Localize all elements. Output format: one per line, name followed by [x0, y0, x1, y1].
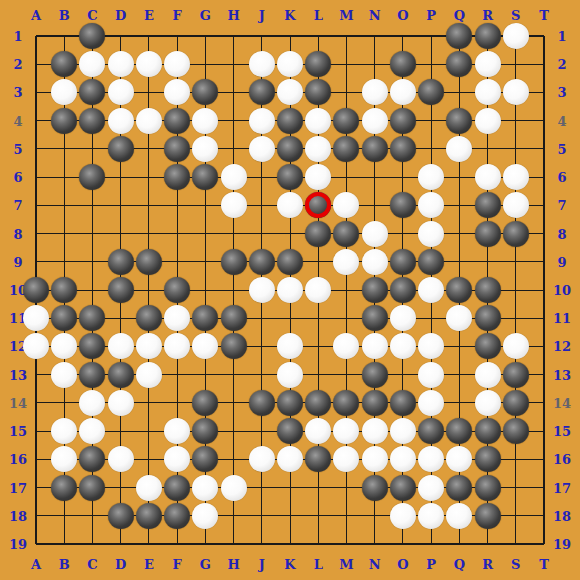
stone-white-M7	[333, 192, 359, 218]
col-label-top-F: F	[172, 9, 181, 22]
stone-white-K13	[277, 362, 303, 388]
col-label-bottom-N: N	[369, 558, 381, 571]
col-label-bottom-S: S	[511, 558, 520, 571]
stone-white-R14	[475, 390, 501, 416]
stone-white-F11	[164, 305, 190, 331]
row-label-right-7: 7	[557, 199, 566, 212]
row-label-left-4: 4	[13, 114, 22, 127]
stone-black-L16	[305, 446, 331, 472]
row-label-left-3: 3	[13, 86, 22, 99]
col-label-top-A: A	[31, 9, 41, 22]
stone-black-C12	[79, 333, 105, 359]
stone-black-E11	[136, 305, 162, 331]
row-label-left-16: 16	[9, 453, 27, 466]
stone-white-R4	[475, 108, 501, 134]
stone-black-N13	[362, 362, 388, 388]
stone-black-O10	[390, 277, 416, 303]
row-label-right-5: 5	[557, 142, 566, 155]
stone-black-R17	[475, 475, 501, 501]
row-label-right-9: 9	[557, 255, 566, 268]
col-label-bottom-T: T	[539, 558, 549, 571]
stone-white-N9	[362, 249, 388, 275]
stone-black-G15	[192, 418, 218, 444]
stone-black-F4	[164, 108, 190, 134]
go-board-screen: AABBCCDDEEFFGGHHJJKKLLMMNNOOPPQQRRSSTT11…	[0, 0, 580, 580]
row-label-left-17: 17	[9, 481, 27, 494]
stone-white-B15	[51, 418, 77, 444]
stone-black-L2	[305, 51, 331, 77]
stone-black-R16	[475, 446, 501, 472]
stone-black-J14	[249, 390, 275, 416]
stone-white-P17	[418, 475, 444, 501]
col-label-top-R: R	[482, 9, 493, 22]
stone-black-N5	[362, 136, 388, 162]
row-label-left-15: 15	[9, 425, 27, 438]
stone-white-O18	[390, 503, 416, 529]
stone-white-K12	[277, 333, 303, 359]
stone-black-S14	[503, 390, 529, 416]
col-label-top-G: G	[200, 9, 211, 22]
row-label-right-13: 13	[553, 368, 571, 381]
col-label-bottom-B: B	[59, 558, 70, 571]
stone-black-Q10	[446, 277, 472, 303]
stone-white-P12	[418, 333, 444, 359]
stone-white-J16	[249, 446, 275, 472]
col-label-top-M: M	[339, 9, 353, 22]
stone-black-C11	[79, 305, 105, 331]
row-label-right-19: 19	[553, 538, 571, 551]
stone-black-O2	[390, 51, 416, 77]
stone-white-K10	[277, 277, 303, 303]
stone-white-O11	[390, 305, 416, 331]
stone-white-L15	[305, 418, 331, 444]
stone-white-C15	[79, 418, 105, 444]
stone-white-S7	[503, 192, 529, 218]
stone-white-C2	[79, 51, 105, 77]
stone-white-O12	[390, 333, 416, 359]
stone-black-H12	[221, 333, 247, 359]
stone-white-P13	[418, 362, 444, 388]
stone-white-L10	[305, 277, 331, 303]
stone-white-R13	[475, 362, 501, 388]
row-label-left-5: 5	[13, 142, 22, 155]
stone-white-Q18	[446, 503, 472, 529]
col-label-bottom-K: K	[284, 558, 295, 571]
stone-black-Q4	[446, 108, 472, 134]
stone-white-M15	[333, 418, 359, 444]
stone-black-O9	[390, 249, 416, 275]
stone-white-E13	[136, 362, 162, 388]
stone-white-N12	[362, 333, 388, 359]
stone-black-F5	[164, 136, 190, 162]
stone-black-M8	[333, 221, 359, 247]
stone-white-P6	[418, 164, 444, 190]
stone-white-B16	[51, 446, 77, 472]
row-label-right-2: 2	[557, 58, 566, 71]
row-label-right-6: 6	[557, 171, 566, 184]
stone-white-Q16	[446, 446, 472, 472]
col-label-top-B: B	[59, 9, 70, 22]
stone-white-D16	[108, 446, 134, 472]
col-label-bottom-C: C	[87, 558, 97, 571]
stone-black-G16	[192, 446, 218, 472]
row-label-right-10: 10	[553, 284, 571, 297]
col-label-bottom-D: D	[115, 558, 126, 571]
row-label-left-8: 8	[13, 227, 22, 240]
row-label-right-17: 17	[553, 481, 571, 494]
stone-black-L14	[305, 390, 331, 416]
stone-white-B13	[51, 362, 77, 388]
col-label-bottom-Q: Q	[454, 558, 465, 571]
stone-white-S1	[503, 23, 529, 49]
stone-black-O17	[390, 475, 416, 501]
stone-white-F15	[164, 418, 190, 444]
stone-white-D3	[108, 79, 134, 105]
stone-black-D10	[108, 277, 134, 303]
col-label-top-O: O	[397, 9, 408, 22]
stone-black-C3	[79, 79, 105, 105]
stone-black-C6	[79, 164, 105, 190]
stone-white-F16	[164, 446, 190, 472]
stone-black-D9	[108, 249, 134, 275]
row-label-right-11: 11	[553, 312, 571, 325]
stone-white-J2	[249, 51, 275, 77]
col-label-top-S: S	[511, 9, 520, 22]
row-label-left-1: 1	[13, 30, 22, 43]
stone-white-K7	[277, 192, 303, 218]
stone-black-K15	[277, 418, 303, 444]
stone-black-K14	[277, 390, 303, 416]
stone-white-K3	[277, 79, 303, 105]
stone-black-B11	[51, 305, 77, 331]
stone-white-F3	[164, 79, 190, 105]
stone-white-L5	[305, 136, 331, 162]
stone-black-B17	[51, 475, 77, 501]
col-label-bottom-O: O	[397, 558, 408, 571]
row-label-right-18: 18	[553, 509, 571, 522]
stone-white-H17	[221, 475, 247, 501]
col-label-top-L: L	[314, 9, 323, 22]
stone-black-O7	[390, 192, 416, 218]
stone-black-B4	[51, 108, 77, 134]
row-label-left-6: 6	[13, 171, 22, 184]
stone-white-B3	[51, 79, 77, 105]
stone-white-S6	[503, 164, 529, 190]
stone-black-D18	[108, 503, 134, 529]
stone-white-O16	[390, 446, 416, 472]
col-label-bottom-J: J	[259, 558, 265, 571]
stone-white-D2	[108, 51, 134, 77]
stone-white-E2	[136, 51, 162, 77]
stone-black-N17	[362, 475, 388, 501]
stone-white-G4	[192, 108, 218, 134]
row-label-right-3: 3	[557, 86, 566, 99]
stone-black-S15	[503, 418, 529, 444]
stone-black-R7	[475, 192, 501, 218]
stone-black-O5	[390, 136, 416, 162]
col-label-top-J: J	[259, 9, 265, 22]
stone-black-R10	[475, 277, 501, 303]
stone-white-D14	[108, 390, 134, 416]
stone-white-M12	[333, 333, 359, 359]
stone-black-F10	[164, 277, 190, 303]
stone-white-S12	[503, 333, 529, 359]
stone-black-P9	[418, 249, 444, 275]
stone-white-R6	[475, 164, 501, 190]
col-label-top-T: T	[539, 9, 549, 22]
row-label-left-9: 9	[13, 255, 22, 268]
stone-white-E4	[136, 108, 162, 134]
stone-white-G17	[192, 475, 218, 501]
row-label-right-8: 8	[557, 227, 566, 240]
stone-black-H9	[221, 249, 247, 275]
col-label-bottom-L: L	[314, 558, 323, 571]
stone-white-P18	[418, 503, 444, 529]
stone-white-P10	[418, 277, 444, 303]
row-label-right-12: 12	[553, 340, 571, 353]
stone-white-M16	[333, 446, 359, 472]
stone-white-P7	[418, 192, 444, 218]
stone-black-S13	[503, 362, 529, 388]
stone-black-R12	[475, 333, 501, 359]
row-label-left-7: 7	[13, 199, 22, 212]
stone-white-O3	[390, 79, 416, 105]
stone-black-B10	[51, 277, 77, 303]
col-label-bottom-E: E	[144, 558, 154, 571]
col-label-top-P: P	[426, 9, 436, 22]
stone-black-A10	[23, 277, 49, 303]
stone-white-Q11	[446, 305, 472, 331]
col-label-bottom-R: R	[482, 558, 493, 571]
stone-white-N15	[362, 418, 388, 444]
col-label-bottom-P: P	[426, 558, 436, 571]
stone-black-G6	[192, 164, 218, 190]
row-label-right-14: 14	[553, 396, 571, 409]
last-move-marker	[305, 192, 331, 218]
stone-black-D5	[108, 136, 134, 162]
stone-white-J10	[249, 277, 275, 303]
stone-white-M9	[333, 249, 359, 275]
stone-white-F12	[164, 333, 190, 359]
col-label-top-N: N	[369, 9, 381, 22]
stone-black-M4	[333, 108, 359, 134]
stone-white-P16	[418, 446, 444, 472]
stone-black-E9	[136, 249, 162, 275]
stone-black-M14	[333, 390, 359, 416]
stone-white-L4	[305, 108, 331, 134]
row-label-left-14: 14	[9, 396, 27, 409]
stone-black-O14	[390, 390, 416, 416]
stone-white-N8	[362, 221, 388, 247]
stone-white-J5	[249, 136, 275, 162]
stone-black-C1	[79, 23, 105, 49]
stone-white-R3	[475, 79, 501, 105]
stone-white-B12	[51, 333, 77, 359]
stone-white-O15	[390, 418, 416, 444]
col-label-top-H: H	[227, 9, 239, 22]
stone-black-S8	[503, 221, 529, 247]
stone-white-G12	[192, 333, 218, 359]
stone-white-Q5	[446, 136, 472, 162]
col-label-bottom-H: H	[227, 558, 239, 571]
stone-black-C16	[79, 446, 105, 472]
stone-black-L3	[305, 79, 331, 105]
stone-white-F2	[164, 51, 190, 77]
goban[interactable]: AABBCCDDEEFFGGHHJJKKLLMMNNOOPPQQRRSSTT11…	[0, 0, 580, 580]
stone-white-K2	[277, 51, 303, 77]
row-label-right-15: 15	[553, 425, 571, 438]
row-label-right-4: 4	[557, 114, 566, 127]
stone-black-E18	[136, 503, 162, 529]
stone-white-D4	[108, 108, 134, 134]
stone-white-K16	[277, 446, 303, 472]
stone-black-C13	[79, 362, 105, 388]
stone-white-G18	[192, 503, 218, 529]
stone-black-N10	[362, 277, 388, 303]
row-label-right-1: 1	[557, 30, 566, 43]
stone-black-L8	[305, 221, 331, 247]
col-label-bottom-F: F	[172, 558, 181, 571]
stone-white-H6	[221, 164, 247, 190]
row-label-left-13: 13	[9, 368, 27, 381]
stone-black-C4	[79, 108, 105, 134]
stone-black-R11	[475, 305, 501, 331]
stone-black-D13	[108, 362, 134, 388]
col-label-bottom-G: G	[200, 558, 211, 571]
col-label-bottom-M: M	[339, 558, 353, 571]
stone-black-F6	[164, 164, 190, 190]
stone-white-E17	[136, 475, 162, 501]
stone-black-H11	[221, 305, 247, 331]
stone-black-Q15	[446, 418, 472, 444]
stone-black-B2	[51, 51, 77, 77]
stone-white-C14	[79, 390, 105, 416]
stone-white-A12	[23, 333, 49, 359]
col-label-top-K: K	[284, 9, 295, 22]
stone-black-R8	[475, 221, 501, 247]
col-label-bottom-A: A	[31, 558, 41, 571]
stone-white-N16	[362, 446, 388, 472]
stone-black-C17	[79, 475, 105, 501]
col-label-top-D: D	[115, 9, 126, 22]
row-label-left-18: 18	[9, 509, 27, 522]
row-label-left-19: 19	[9, 538, 27, 551]
stone-white-P8	[418, 221, 444, 247]
row-label-right-16: 16	[553, 453, 571, 466]
stone-white-E12	[136, 333, 162, 359]
stone-black-Q17	[446, 475, 472, 501]
stone-black-K4	[277, 108, 303, 134]
stone-black-K9	[277, 249, 303, 275]
stone-black-R15	[475, 418, 501, 444]
row-label-left-2: 2	[13, 58, 22, 71]
stone-black-R18	[475, 503, 501, 529]
stone-black-P3	[418, 79, 444, 105]
stone-white-H7	[221, 192, 247, 218]
stone-white-G5	[192, 136, 218, 162]
stone-black-K5	[277, 136, 303, 162]
stone-white-J4	[249, 108, 275, 134]
stone-white-R2	[475, 51, 501, 77]
stone-black-F17	[164, 475, 190, 501]
col-label-top-C: C	[87, 9, 97, 22]
stone-white-S3	[503, 79, 529, 105]
stone-black-O4	[390, 108, 416, 134]
stone-black-P15	[418, 418, 444, 444]
col-label-top-E: E	[144, 9, 154, 22]
stone-white-D12	[108, 333, 134, 359]
stone-black-J3	[249, 79, 275, 105]
stone-black-N11	[362, 305, 388, 331]
stone-white-N4	[362, 108, 388, 134]
stone-black-Q1	[446, 23, 472, 49]
stone-black-N14	[362, 390, 388, 416]
stone-black-Q2	[446, 51, 472, 77]
stone-white-A11	[23, 305, 49, 331]
stone-black-G3	[192, 79, 218, 105]
stone-black-M5	[333, 136, 359, 162]
stone-black-G11	[192, 305, 218, 331]
stone-black-G14	[192, 390, 218, 416]
col-label-top-Q: Q	[454, 9, 465, 22]
stone-black-F18	[164, 503, 190, 529]
stone-black-R1	[475, 23, 501, 49]
stone-black-J9	[249, 249, 275, 275]
stone-black-K6	[277, 164, 303, 190]
stone-white-N3	[362, 79, 388, 105]
stone-white-L6	[305, 164, 331, 190]
stone-white-P14	[418, 390, 444, 416]
